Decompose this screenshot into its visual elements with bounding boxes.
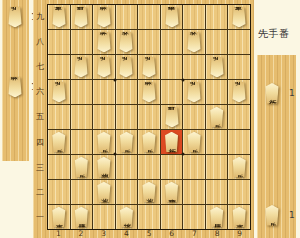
file-label: 4 [115, 229, 138, 238]
shogi-piece[interactable]: 歩兵 [185, 132, 203, 153]
board-cell[interactable] [116, 155, 138, 179]
board-cell[interactable] [183, 155, 205, 179]
board-cell[interactable]: 桂馬 [71, 5, 93, 29]
file-label: 9 [228, 229, 251, 238]
board-cell[interactable] [183, 5, 205, 29]
shogi-piece[interactable]: 王将 [117, 207, 135, 228]
shogi-piece[interactable]: 歩兵 [208, 107, 226, 128]
piece-kanji: 香車 [230, 207, 248, 228]
board-frame: 九八七六五四三二一 香車桂馬銀将飛車香車玉将金将金将歩兵歩兵歩兵歩兵歩兵歩兵銀将… [33, 0, 254, 238]
board-cell[interactable]: 香車 [48, 5, 70, 29]
shogi-piece[interactable]: 歩兵 [208, 57, 226, 78]
rank-label: 六 [33, 79, 47, 104]
piece-kanji: 歩兵 [95, 57, 113, 78]
hand-piece-slot[interactable]: 歩兵1 [257, 205, 300, 229]
board-cell[interactable]: 歩兵 [93, 55, 115, 79]
board-cell[interactable]: 桂馬 [71, 205, 93, 229]
board-cell[interactable] [48, 180, 70, 204]
rank-label: 五 [33, 104, 47, 129]
board-cell[interactable]: 歩兵 [183, 130, 205, 154]
board-cell[interactable] [138, 205, 160, 229]
board-cell[interactable]: 歩兵 [228, 80, 250, 104]
shogi-piece[interactable]: 角行 [263, 83, 281, 104]
piece-kanji: 銀将 [6, 77, 24, 98]
board-cell[interactable]: 桂馬 [206, 205, 228, 229]
piece-kanji: 飛車 [163, 182, 181, 203]
rank-label: 二 [33, 180, 47, 205]
board-cell[interactable]: 歩兵 [48, 80, 70, 104]
rank-label: 一 [33, 205, 47, 230]
board-cell[interactable] [138, 105, 160, 129]
shogi-piece[interactable]: 桂馬 [72, 7, 90, 28]
board-cell[interactable]: 王将 [116, 205, 138, 229]
shogi-piece[interactable]: 香車 [50, 207, 68, 228]
shogi-piece[interactable]: 飛車 [163, 7, 181, 28]
shogi-piece[interactable]: 玉将 [95, 32, 113, 53]
board-cell[interactable] [228, 180, 250, 204]
board-cell[interactable]: 金将 [138, 180, 160, 204]
board-cell[interactable] [228, 55, 250, 79]
shogi-piece[interactable]: 歩兵 [72, 157, 90, 178]
shogi-piece[interactable]: 歩兵 [95, 132, 113, 153]
board-cell[interactable]: 飛車 [161, 180, 183, 204]
piece-kanji: 香車 [230, 7, 248, 28]
piece-kanji: 歩兵 [230, 157, 248, 178]
piece-kanji: 歩兵 [140, 57, 158, 78]
piece-kanji: 香車 [50, 7, 68, 28]
shogi-piece[interactable]: 歩兵 [50, 132, 68, 153]
shogi-piece[interactable]: 歩兵 [230, 157, 248, 178]
shogi-piece[interactable]: 歩兵 [72, 57, 90, 78]
shogi-piece[interactable]: 歩兵 [140, 57, 158, 78]
board-cell[interactable]: 歩兵 [138, 55, 160, 79]
hand-piece-count: 1 [289, 210, 295, 220]
board-cell[interactable] [161, 205, 183, 229]
rank-label: 四 [33, 130, 47, 155]
board-cell[interactable] [183, 55, 205, 79]
shogi-piece[interactable]: 銀将 [95, 157, 113, 178]
piece-kanji: 角行 [163, 132, 181, 153]
board-cell[interactable] [71, 30, 93, 54]
rank-label: 八 [33, 29, 47, 54]
board-cell[interactable] [183, 205, 205, 229]
board-cell[interactable] [71, 105, 93, 129]
hand-tray-sente: 歩兵1銀将1 [2, 0, 29, 161]
piece-kanji: 歩兵 [185, 132, 203, 153]
board-cell[interactable] [206, 155, 228, 179]
piece-kanji: 歩兵 [140, 132, 158, 153]
hand-piece-slot[interactable]: 角行1 [257, 83, 300, 107]
board-cell[interactable]: 歩兵 [206, 55, 228, 79]
piece-kanji: 飛車 [163, 7, 181, 28]
shogi-piece[interactable]: 歩兵 [6, 7, 24, 28]
board-cell[interactable]: 歩兵 [116, 130, 138, 154]
board-cell[interactable]: 香車 [228, 5, 250, 29]
file-labels: 123456789 [47, 229, 251, 238]
board-cell[interactable] [161, 155, 183, 179]
board-cell[interactable]: 香車 [228, 205, 250, 229]
board-cell[interactable] [93, 105, 115, 129]
hand-piece-count: 1 [289, 88, 295, 98]
shogi-piece[interactable]: 銀将 [95, 7, 113, 28]
piece-kanji: 銀将 [95, 7, 113, 28]
shogi-piece[interactable]: 歩兵 [230, 82, 248, 103]
board-cell[interactable]: 桂馬 [161, 105, 183, 129]
file-label: 8 [206, 229, 229, 238]
shogi-app: 歩兵1銀将1 角行1歩兵1 先手番 九八七六五四三二一 香車桂馬銀将飛車香車玉将… [0, 0, 300, 238]
shogi-piece[interactable]: 歩兵 [263, 205, 281, 226]
board-cell[interactable]: 飛車 [161, 5, 183, 29]
board-cell[interactable]: 歩兵 [48, 130, 70, 154]
board-cell[interactable] [161, 55, 183, 79]
file-label: 6 [160, 229, 183, 238]
board-cell[interactable] [116, 5, 138, 29]
shogi-piece[interactable]: 銀将 [6, 77, 24, 98]
file-label: 7 [183, 229, 206, 238]
piece-kanji: 桂馬 [72, 7, 90, 28]
piece-kanji: 玉将 [95, 32, 113, 53]
shogi-piece[interactable]: 飛車 [163, 182, 181, 203]
board-cell[interactable] [228, 30, 250, 54]
hand-tray-gote: 角行1歩兵1 [257, 55, 296, 238]
piece-kanji: 歩兵 [72, 57, 90, 78]
piece-kanji: 金将 [117, 32, 135, 53]
shogi-piece[interactable]: 歩兵 [117, 132, 135, 153]
rank-label: 九 [33, 4, 47, 29]
board-cell[interactable]: 歩兵 [138, 130, 160, 154]
shogi-piece[interactable]: 金将 [140, 182, 158, 203]
board-cell[interactable] [71, 80, 93, 104]
shogi-piece[interactable]: 香車 [230, 207, 248, 228]
rank-label: 三 [33, 155, 47, 180]
piece-kanji: 歩兵 [208, 107, 226, 128]
turn-indicator: 先手番 [258, 27, 300, 41]
board-cell[interactable]: 銀将 [93, 5, 115, 29]
shogi-piece[interactable]: 香車 [50, 7, 68, 28]
piece-kanji: 歩兵 [95, 132, 113, 153]
piece-kanji: 歩兵 [185, 82, 203, 103]
board-cell[interactable] [93, 80, 115, 104]
piece-kanji: 歩兵 [117, 57, 135, 78]
board-cell[interactable] [93, 205, 115, 229]
shogi-piece[interactable]: 角行 [163, 132, 181, 153]
shogi-piece[interactable]: 歩兵 [50, 82, 68, 103]
piece-kanji: 銀将 [95, 157, 113, 178]
piece-kanji: 歩兵 [72, 157, 90, 178]
board-cell[interactable] [161, 30, 183, 54]
board-cell[interactable] [138, 155, 160, 179]
board-cell[interactable] [206, 5, 228, 29]
board-cell[interactable]: 歩兵 [228, 155, 250, 179]
piece-kanji: 角行 [263, 83, 281, 104]
board-cell[interactable] [228, 130, 250, 154]
piece-kanji: 桂馬 [163, 107, 181, 128]
shogi-piece[interactable]: 金将 [95, 182, 113, 203]
piece-kanji: 銀将 [140, 82, 158, 103]
board-cell[interactable]: 歩兵 [206, 105, 228, 129]
file-label: 1 [47, 229, 70, 238]
board-cell[interactable] [138, 30, 160, 54]
piece-kanji: 王将 [117, 207, 135, 228]
file-label: 3 [92, 229, 115, 238]
piece-kanji: 香車 [50, 207, 68, 228]
board-cell[interactable]: 玉将 [93, 30, 115, 54]
piece-kanji: 歩兵 [50, 82, 68, 103]
piece-kanji: 歩兵 [6, 7, 24, 28]
board-cell[interactable]: 歩兵 [93, 130, 115, 154]
board-grid: 香車桂馬銀将飛車香車玉将金将金将歩兵歩兵歩兵歩兵歩兵歩兵銀将歩兵歩兵桂馬歩兵歩兵… [47, 4, 251, 230]
piece-kanji: 歩兵 [208, 57, 226, 78]
piece-kanji: 金将 [185, 32, 203, 53]
shogi-piece[interactable]: 歩兵 [117, 57, 135, 78]
piece-kanji: 歩兵 [263, 205, 281, 226]
board-cell[interactable] [206, 180, 228, 204]
shogi-piece[interactable]: 金将 [185, 32, 203, 53]
shogi-piece[interactable]: 歩兵 [140, 132, 158, 153]
board-cell[interactable]: 銀将 [138, 80, 160, 104]
board-cell[interactable]: 銀将 [93, 155, 115, 179]
file-label: 2 [70, 229, 93, 238]
board-cell[interactable] [228, 105, 250, 129]
board-cell[interactable]: 角行 [161, 130, 183, 154]
board-cell[interactable]: 金将 [93, 180, 115, 204]
board-cell[interactable]: 歩兵 [116, 55, 138, 79]
shogi-piece[interactable]: 銀将 [140, 82, 158, 103]
piece-kanji: 桂馬 [208, 207, 226, 228]
board-cell[interactable] [183, 105, 205, 129]
shogi-piece[interactable]: 歩兵 [185, 82, 203, 103]
file-label: 5 [138, 229, 161, 238]
board-cell[interactable] [48, 55, 70, 79]
board-cell[interactable]: 金将 [116, 30, 138, 54]
piece-kanji: 歩兵 [50, 132, 68, 153]
board-cell[interactable] [206, 30, 228, 54]
rank-label: 七 [33, 54, 47, 79]
shogi-piece[interactable]: 桂馬 [72, 207, 90, 228]
board-cell[interactable]: 香車 [48, 205, 70, 229]
shogi-piece[interactable]: 桂馬 [208, 207, 226, 228]
board-cell[interactable]: 歩兵 [71, 55, 93, 79]
shogi-piece[interactable]: 桂馬 [163, 107, 181, 128]
piece-kanji: 金将 [95, 182, 113, 203]
board-cell[interactable] [161, 80, 183, 104]
shogi-piece[interactable]: 香車 [230, 7, 248, 28]
piece-kanji: 歩兵 [230, 82, 248, 103]
rank-labels: 九八七六五四三二一 [33, 4, 47, 230]
board-cell[interactable] [48, 30, 70, 54]
board-cell[interactable] [116, 80, 138, 104]
piece-kanji: 桂馬 [72, 207, 90, 228]
board-cell[interactable] [206, 80, 228, 104]
board-cell[interactable]: 歩兵 [71, 155, 93, 179]
board-cell[interactable] [206, 130, 228, 154]
piece-kanji: 金将 [140, 182, 158, 203]
shogi-piece[interactable]: 金将 [117, 32, 135, 53]
shogi-piece[interactable]: 歩兵 [95, 57, 113, 78]
board-cell[interactable] [138, 5, 160, 29]
board-cell[interactable] [71, 180, 93, 204]
board-cell[interactable] [116, 180, 138, 204]
board-cell[interactable] [116, 105, 138, 129]
board-cell[interactable] [71, 130, 93, 154]
board-cell[interactable]: 金将 [183, 30, 205, 54]
piece-kanji: 歩兵 [117, 132, 135, 153]
board-cell[interactable]: 歩兵 [183, 80, 205, 104]
board-cell[interactable] [48, 105, 70, 129]
board-cell[interactable] [48, 155, 70, 179]
board-cell[interactable] [183, 180, 205, 204]
